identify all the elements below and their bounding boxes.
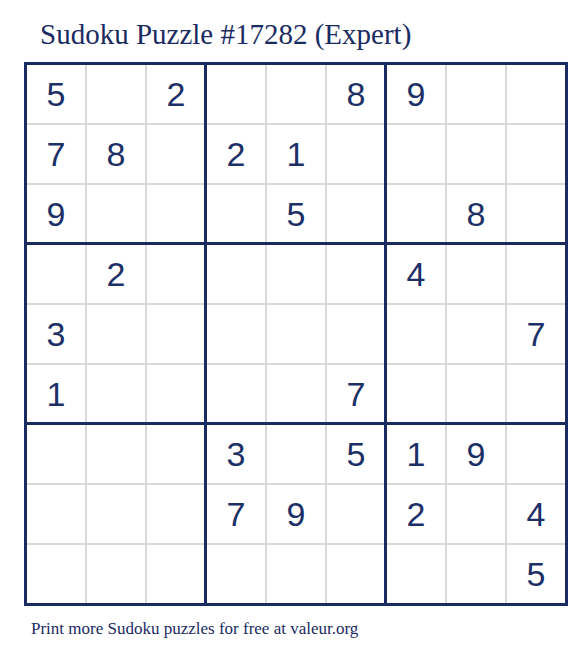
cell-r9c3[interactable] (147, 545, 205, 603)
cell-r7c9[interactable] (507, 425, 565, 483)
footer-text: Print more Sudoku puzzles for free at va… (31, 619, 358, 639)
cell-r7c2[interactable] (87, 425, 145, 483)
cell-r6c3[interactable] (147, 365, 205, 423)
cell-r1c8[interactable] (447, 65, 505, 123)
cell-r3c5[interactable]: 5 (267, 185, 325, 243)
cell-r8c1[interactable] (27, 485, 85, 543)
cell-r2c4[interactable]: 2 (207, 125, 265, 183)
cell-r5c7[interactable] (387, 305, 445, 363)
cell-r7c3[interactable] (147, 425, 205, 483)
cell-r6c5[interactable] (267, 365, 325, 423)
cell-r3c6[interactable] (327, 185, 385, 243)
cell-r3c3[interactable] (147, 185, 205, 243)
cell-r5c3[interactable] (147, 305, 205, 363)
cell-r1c3[interactable]: 2 (147, 65, 205, 123)
cell-r3c2[interactable] (87, 185, 145, 243)
cell-r5c4[interactable] (207, 305, 265, 363)
cell-r5c6[interactable] (327, 305, 385, 363)
cell-r6c9[interactable] (507, 365, 565, 423)
cell-r6c1[interactable]: 1 (27, 365, 85, 423)
cell-r4c8[interactable] (447, 245, 505, 303)
cell-r4c2[interactable]: 2 (87, 245, 145, 303)
cell-r1c2[interactable] (87, 65, 145, 123)
cell-r7c6[interactable]: 5 (327, 425, 385, 483)
cell-r4c4[interactable] (207, 245, 265, 303)
cell-r1c7[interactable]: 9 (387, 65, 445, 123)
page-title: Sudoku Puzzle #17282 (Expert) (40, 18, 411, 51)
cell-r7c1[interactable] (27, 425, 85, 483)
cell-r5c8[interactable] (447, 305, 505, 363)
cell-r7c7[interactable]: 1 (387, 425, 445, 483)
cell-r2c3[interactable] (147, 125, 205, 183)
cell-r4c5[interactable] (267, 245, 325, 303)
cell-r2c5[interactable]: 1 (267, 125, 325, 183)
cell-r4c6[interactable] (327, 245, 385, 303)
cell-r6c7[interactable] (387, 365, 445, 423)
cell-r8c2[interactable] (87, 485, 145, 543)
cell-r4c9[interactable] (507, 245, 565, 303)
cell-r8c4[interactable]: 7 (207, 485, 265, 543)
cell-r2c2[interactable]: 8 (87, 125, 145, 183)
cell-r7c5[interactable] (267, 425, 325, 483)
cell-r1c5[interactable] (267, 65, 325, 123)
cell-r2c6[interactable] (327, 125, 385, 183)
cell-r4c3[interactable] (147, 245, 205, 303)
cell-r1c9[interactable] (507, 65, 565, 123)
cell-r5c5[interactable] (267, 305, 325, 363)
cell-r6c4[interactable] (207, 365, 265, 423)
cell-r7c8[interactable]: 9 (447, 425, 505, 483)
cell-r3c9[interactable] (507, 185, 565, 243)
cell-r8c7[interactable]: 2 (387, 485, 445, 543)
cell-r2c9[interactable] (507, 125, 565, 183)
cell-r6c6[interactable]: 7 (327, 365, 385, 423)
cell-r7c4[interactable]: 3 (207, 425, 265, 483)
cell-r6c2[interactable] (87, 365, 145, 423)
cell-r1c1[interactable]: 5 (27, 65, 85, 123)
cell-r9c4[interactable] (207, 545, 265, 603)
cell-r8c8[interactable] (447, 485, 505, 543)
cell-r2c7[interactable] (387, 125, 445, 183)
cell-r2c1[interactable]: 7 (27, 125, 85, 183)
cell-r3c4[interactable] (207, 185, 265, 243)
cell-r3c8[interactable]: 8 (447, 185, 505, 243)
cell-r9c2[interactable] (87, 545, 145, 603)
cell-r1c6[interactable]: 8 (327, 65, 385, 123)
cell-r3c7[interactable] (387, 185, 445, 243)
cell-r9c5[interactable] (267, 545, 325, 603)
cell-r8c3[interactable] (147, 485, 205, 543)
cell-r9c6[interactable] (327, 545, 385, 603)
cell-r8c6[interactable] (327, 485, 385, 543)
cell-r2c8[interactable] (447, 125, 505, 183)
sudoku-board: 52897821958243717351979245 (24, 62, 568, 606)
cell-r9c1[interactable] (27, 545, 85, 603)
cell-r8c9[interactable]: 4 (507, 485, 565, 543)
cell-r5c1[interactable]: 3 (27, 305, 85, 363)
cell-r9c9[interactable]: 5 (507, 545, 565, 603)
cell-r9c8[interactable] (447, 545, 505, 603)
cell-r5c9[interactable]: 7 (507, 305, 565, 363)
cell-r4c7[interactable]: 4 (387, 245, 445, 303)
cell-r4c1[interactable] (27, 245, 85, 303)
cell-r8c5[interactable]: 9 (267, 485, 325, 543)
cell-r6c8[interactable] (447, 365, 505, 423)
cell-r5c2[interactable] (87, 305, 145, 363)
cell-r9c7[interactable] (387, 545, 445, 603)
cell-r1c4[interactable] (207, 65, 265, 123)
cell-r3c1[interactable]: 9 (27, 185, 85, 243)
